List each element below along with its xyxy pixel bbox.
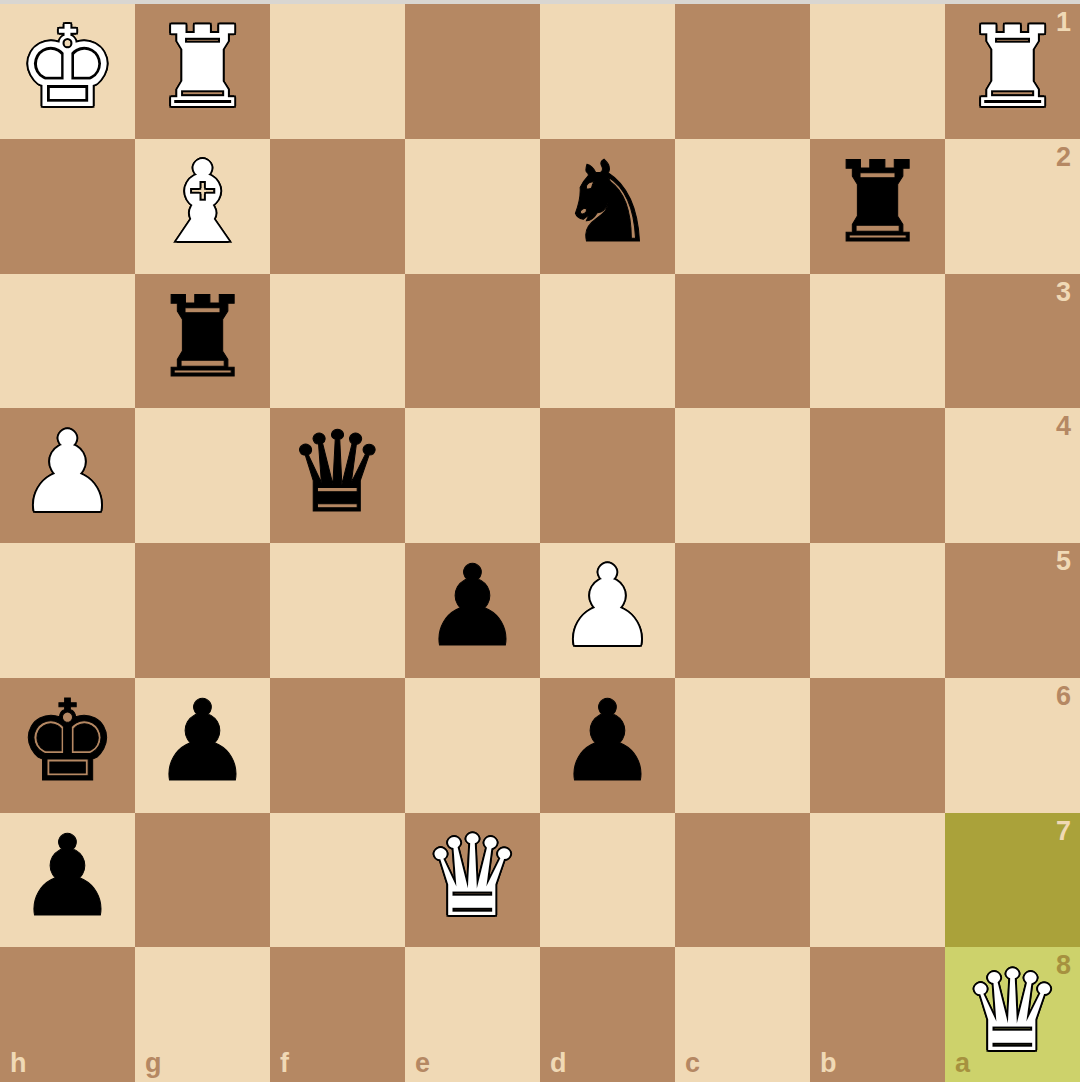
file-label-g: g: [145, 1050, 162, 1077]
square-e2[interactable]: [405, 139, 540, 274]
chess-board[interactable]: ♚♜♜1♝♞♜2♜3♟♛4♟♟5♚♟♟6♟♛7hgfedcb♛8a: [0, 4, 1080, 1082]
piece-black-pawn[interactable]: ♟: [152, 685, 252, 797]
square-e4[interactable]: [405, 408, 540, 543]
file-label-b: b: [820, 1050, 837, 1077]
square-e5[interactable]: ♟: [405, 543, 540, 678]
square-a5[interactable]: 5: [945, 543, 1080, 678]
square-e7[interactable]: ♛: [405, 813, 540, 948]
square-f6[interactable]: [270, 678, 405, 813]
square-d5[interactable]: ♟: [540, 543, 675, 678]
square-d3[interactable]: [540, 274, 675, 409]
file-label-f: f: [280, 1050, 289, 1077]
piece-white-bishop[interactable]: ♝: [152, 146, 252, 258]
square-e3[interactable]: [405, 274, 540, 409]
square-b4[interactable]: [810, 408, 945, 543]
piece-white-queen[interactable]: ♛: [422, 820, 522, 932]
square-f7[interactable]: [270, 813, 405, 948]
square-h6[interactable]: ♚: [0, 678, 135, 813]
piece-black-queen[interactable]: ♛: [287, 416, 387, 528]
piece-black-knight[interactable]: ♞: [557, 146, 657, 258]
square-d4[interactable]: [540, 408, 675, 543]
file-label-e: e: [415, 1050, 430, 1077]
square-g8[interactable]: g: [135, 947, 270, 1082]
square-c1[interactable]: [675, 4, 810, 139]
square-d7[interactable]: [540, 813, 675, 948]
square-b7[interactable]: [810, 813, 945, 948]
square-e1[interactable]: [405, 4, 540, 139]
square-g2[interactable]: ♝: [135, 139, 270, 274]
piece-black-rook[interactable]: ♜: [152, 281, 252, 393]
piece-white-pawn[interactable]: ♟: [557, 550, 657, 662]
square-h7[interactable]: ♟: [0, 813, 135, 948]
piece-black-pawn[interactable]: ♟: [557, 685, 657, 797]
square-h3[interactable]: [0, 274, 135, 409]
rank-label-3: 3: [1056, 279, 1071, 306]
square-c4[interactable]: [675, 408, 810, 543]
square-g6[interactable]: ♟: [135, 678, 270, 813]
square-c2[interactable]: [675, 139, 810, 274]
square-c8[interactable]: c: [675, 947, 810, 1082]
square-b6[interactable]: [810, 678, 945, 813]
square-h5[interactable]: [0, 543, 135, 678]
square-a1[interactable]: ♜1: [945, 4, 1080, 139]
rank-label-2: 2: [1056, 144, 1071, 171]
piece-white-king[interactable]: ♚: [17, 11, 117, 123]
square-f8[interactable]: f: [270, 947, 405, 1082]
square-e8[interactable]: e: [405, 947, 540, 1082]
square-e6[interactable]: [405, 678, 540, 813]
square-f3[interactable]: [270, 274, 405, 409]
rank-label-4: 4: [1056, 413, 1071, 440]
square-c3[interactable]: [675, 274, 810, 409]
piece-black-king[interactable]: ♚: [17, 685, 117, 797]
square-g5[interactable]: [135, 543, 270, 678]
square-b1[interactable]: [810, 4, 945, 139]
piece-black-pawn[interactable]: ♟: [17, 820, 117, 932]
square-h8[interactable]: h: [0, 947, 135, 1082]
piece-white-rook[interactable]: ♜: [152, 11, 252, 123]
square-f4[interactable]: ♛: [270, 408, 405, 543]
square-a2[interactable]: 2: [945, 139, 1080, 274]
square-f2[interactable]: [270, 139, 405, 274]
square-h1[interactable]: ♚: [0, 4, 135, 139]
square-c6[interactable]: [675, 678, 810, 813]
piece-white-queen[interactable]: ♛: [962, 955, 1062, 1067]
square-b8[interactable]: b: [810, 947, 945, 1082]
square-g7[interactable]: [135, 813, 270, 948]
square-b3[interactable]: [810, 274, 945, 409]
square-g3[interactable]: ♜: [135, 274, 270, 409]
square-a4[interactable]: 4: [945, 408, 1080, 543]
square-f5[interactable]: [270, 543, 405, 678]
piece-white-rook[interactable]: ♜: [962, 11, 1062, 123]
square-h2[interactable]: [0, 139, 135, 274]
square-d8[interactable]: d: [540, 947, 675, 1082]
piece-black-rook[interactable]: ♜: [827, 146, 927, 258]
square-c7[interactable]: [675, 813, 810, 948]
square-d6[interactable]: ♟: [540, 678, 675, 813]
chess-app: ♚♜♜1♝♞♜2♜3♟♛4♟♟5♚♟♟6♟♛7hgfedcb♛8a: [0, 0, 1080, 1082]
square-g4[interactable]: [135, 408, 270, 543]
square-h4[interactable]: ♟: [0, 408, 135, 543]
square-b2[interactable]: ♜: [810, 139, 945, 274]
file-label-c: c: [685, 1050, 700, 1077]
square-a6[interactable]: 6: [945, 678, 1080, 813]
square-a8[interactable]: ♛8a: [945, 947, 1080, 1082]
rank-label-6: 6: [1056, 683, 1071, 710]
square-f1[interactable]: [270, 4, 405, 139]
square-g1[interactable]: ♜: [135, 4, 270, 139]
square-b5[interactable]: [810, 543, 945, 678]
square-c5[interactable]: [675, 543, 810, 678]
piece-black-pawn[interactable]: ♟: [422, 550, 522, 662]
rank-label-5: 5: [1056, 548, 1071, 575]
file-label-d: d: [550, 1050, 567, 1077]
piece-white-pawn[interactable]: ♟: [17, 416, 117, 528]
square-d2[interactable]: ♞: [540, 139, 675, 274]
square-a3[interactable]: 3: [945, 274, 1080, 409]
file-label-h: h: [10, 1050, 27, 1077]
square-a7[interactable]: 7: [945, 813, 1080, 948]
square-d1[interactable]: [540, 4, 675, 139]
rank-label-7: 7: [1056, 818, 1071, 845]
